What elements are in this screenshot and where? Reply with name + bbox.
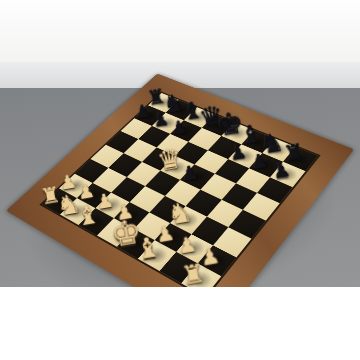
piece-contact-shadow xyxy=(81,186,107,205)
piece-contact-shadow xyxy=(184,168,210,187)
piece-contact-shadow xyxy=(232,147,258,165)
chess-board: ♜♞♝♛♚♝♞♜♟♟♟♟♟♟♛♟♞♟♟♟♟♟♟♟♜♞♝♚♝♜ xyxy=(39,91,320,287)
piece-contact-shadow xyxy=(203,249,232,273)
photograph: ♜♞♝♛♚♝♞♜♟♟♟♟♟♟♛♟♞♟♟♟♟♟♟♟♜♞♝♚♝♜ xyxy=(0,0,360,287)
piece-contact-shadow xyxy=(186,268,216,287)
piece-contact-shadow xyxy=(245,133,270,150)
board-scene: ♜♞♝♛♚♝♞♜♟♟♟♟♟♟♛♟♞♟♟♟♟♟♟♟♜♞♝♚♝♜ xyxy=(35,35,325,287)
camera-roll-wrapper: ♜♞♝♛♚♝♞♜♟♟♟♟♟♟♛♟♞♟♟♟♟♟♟♟♜♞♝♚♝♜ xyxy=(35,35,325,287)
piece-contact-shadow xyxy=(63,176,89,195)
piece-contact-shadow xyxy=(275,165,302,184)
chess-set-photo: ♜♞♝♛♚♝♞♜♟♟♟♟♟♟♛♟♞♟♟♟♟♟♟♟♜♞♝♚♝♜ xyxy=(0,0,360,360)
square-e8: ♚ xyxy=(221,122,254,144)
